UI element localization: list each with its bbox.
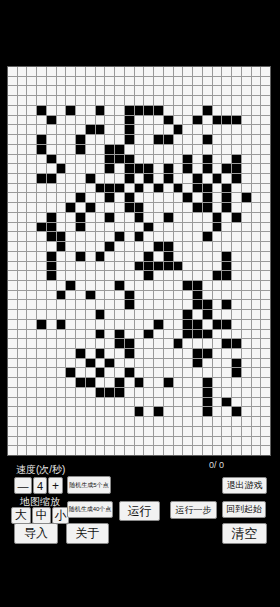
grid-cell[interactable] [252, 378, 261, 387]
grid-cell[interactable] [203, 203, 212, 212]
grid-cell[interactable] [242, 368, 251, 377]
grid-cell[interactable] [213, 349, 222, 358]
grid-cell[interactable] [164, 67, 173, 76]
grid-cell[interactable] [76, 271, 85, 280]
grid-cell[interactable] [193, 213, 202, 222]
grid-cell[interactable] [8, 330, 17, 339]
grid-cell[interactable] [86, 310, 95, 319]
grid-cell[interactable] [222, 174, 231, 183]
grid-cell[interactable] [47, 281, 56, 290]
grid-cell[interactable] [232, 262, 241, 271]
grid-cell[interactable] [57, 125, 66, 134]
grid-cell[interactable] [203, 193, 212, 202]
grid-cell[interactable] [125, 339, 134, 348]
grid-cell[interactable] [8, 193, 17, 202]
grid-cell[interactable] [213, 125, 222, 134]
grid-cell[interactable] [37, 446, 46, 455]
grid-cell[interactable] [183, 320, 192, 329]
grid-cell[interactable] [18, 213, 27, 222]
grid-cell[interactable] [37, 310, 46, 319]
grid-cell[interactable] [125, 398, 134, 407]
grid-cell[interactable] [154, 155, 163, 164]
grid-cell[interactable] [232, 417, 241, 426]
grid-cell[interactable] [18, 203, 27, 212]
grid-cell[interactable] [203, 252, 212, 261]
grid-cell[interactable] [144, 339, 153, 348]
grid-cell[interactable] [183, 174, 192, 183]
grid-cell[interactable] [115, 193, 124, 202]
grid-cell[interactable] [47, 252, 56, 261]
grid-cell[interactable] [125, 437, 134, 446]
grid-cell[interactable] [252, 281, 261, 290]
grid-cell[interactable] [183, 427, 192, 436]
grid-cell[interactable] [135, 223, 144, 232]
grid-cell[interactable] [261, 427, 270, 436]
grid-cell[interactable] [174, 106, 183, 115]
grid-cell[interactable] [261, 203, 270, 212]
grid-cell[interactable] [57, 155, 66, 164]
grid-cell[interactable] [86, 339, 95, 348]
grid-cell[interactable] [8, 145, 17, 154]
grid-cell[interactable] [232, 446, 241, 455]
grid-cell[interactable] [125, 164, 134, 173]
grid-cell[interactable] [232, 164, 241, 173]
grid-cell[interactable] [66, 125, 75, 134]
grid-cell[interactable] [222, 407, 231, 416]
grid-cell[interactable] [183, 213, 192, 222]
grid-cell[interactable] [213, 310, 222, 319]
grid-cell[interactable] [105, 242, 114, 251]
grid-cell[interactable] [47, 145, 56, 154]
grid-cell[interactable] [261, 242, 270, 251]
grid-cell[interactable] [213, 446, 222, 455]
grid-cell[interactable] [125, 193, 134, 202]
grid-cell[interactable] [115, 291, 124, 300]
grid-cell[interactable] [37, 125, 46, 134]
grid-cell[interactable] [115, 281, 124, 290]
grid-cell[interactable] [213, 164, 222, 173]
grid-cell[interactable] [203, 116, 212, 125]
grid-cell[interactable] [125, 291, 134, 300]
grid-cell[interactable] [164, 300, 173, 309]
grid-cell[interactable] [174, 174, 183, 183]
grid-cell[interactable] [18, 262, 27, 271]
grid-cell[interactable] [232, 184, 241, 193]
grid-cell[interactable] [86, 427, 95, 436]
grid-cell[interactable] [37, 145, 46, 154]
grid-cell[interactable] [252, 330, 261, 339]
grid-cell[interactable] [232, 359, 241, 368]
grid-cell[interactable] [96, 193, 105, 202]
grid-cell[interactable] [203, 106, 212, 115]
grid-cell[interactable] [115, 398, 124, 407]
grid-cell[interactable] [66, 359, 75, 368]
grid-cell[interactable] [203, 213, 212, 222]
grid-cell[interactable] [76, 125, 85, 134]
grid-cell[interactable] [66, 417, 75, 426]
grid-cell[interactable] [252, 86, 261, 95]
grid-cell[interactable] [47, 193, 56, 202]
grid-cell[interactable] [144, 184, 153, 193]
grid-cell[interactable] [66, 252, 75, 261]
grid-cell[interactable] [125, 184, 134, 193]
grid-cell[interactable] [144, 86, 153, 95]
grid-cell[interactable] [242, 67, 251, 76]
grid-cell[interactable] [96, 437, 105, 446]
grid-cell[interactable] [115, 164, 124, 173]
random-5-button[interactable]: 随机生成5个点 [67, 476, 111, 494]
grid-cell[interactable] [105, 96, 114, 105]
grid-cell[interactable] [135, 320, 144, 329]
grid-cell[interactable] [154, 330, 163, 339]
grid-cell[interactable] [193, 96, 202, 105]
grid-cell[interactable] [47, 86, 56, 95]
grid-cell[interactable] [144, 116, 153, 125]
grid-cell[interactable] [115, 359, 124, 368]
grid-cell[interactable] [8, 368, 17, 377]
grid-cell[interactable] [242, 155, 251, 164]
grid-cell[interactable] [213, 262, 222, 271]
grid-cell[interactable] [154, 67, 163, 76]
grid-cell[interactable] [37, 242, 46, 251]
grid-cell[interactable] [183, 359, 192, 368]
grid-cell[interactable] [193, 193, 202, 202]
grid-cell[interactable] [183, 252, 192, 261]
grid-cell[interactable] [57, 145, 66, 154]
grid-cell[interactable] [174, 232, 183, 241]
grid-cell[interactable] [37, 427, 46, 436]
grid-cell[interactable] [154, 106, 163, 115]
grid-cell[interactable] [154, 407, 163, 416]
grid-cell[interactable] [174, 252, 183, 261]
grid-cell[interactable] [261, 271, 270, 280]
grid-cell[interactable] [203, 330, 212, 339]
grid-cell[interactable] [203, 388, 212, 397]
grid-cell[interactable] [203, 155, 212, 164]
grid-cell[interactable] [183, 368, 192, 377]
grid-cell[interactable] [76, 67, 85, 76]
grid-cell[interactable] [37, 174, 46, 183]
grid-cell[interactable] [27, 125, 36, 134]
grid-cell[interactable] [144, 203, 153, 212]
grid-cell[interactable] [8, 310, 17, 319]
grid-cell[interactable] [105, 437, 114, 446]
grid-cell[interactable] [183, 281, 192, 290]
grid-cell[interactable] [135, 96, 144, 105]
grid-cell[interactable] [252, 320, 261, 329]
grid-cell[interactable] [174, 271, 183, 280]
grid-cell[interactable] [183, 437, 192, 446]
grid-cell[interactable] [8, 339, 17, 348]
clear-button[interactable]: 清空 [222, 523, 267, 544]
grid-cell[interactable] [154, 193, 163, 202]
grid-cell[interactable] [105, 281, 114, 290]
grid-cell[interactable] [86, 86, 95, 95]
grid-cell[interactable] [164, 184, 173, 193]
grid-cell[interactable] [203, 77, 212, 86]
grid-cell[interactable] [135, 349, 144, 358]
grid-cell[interactable] [27, 232, 36, 241]
grid-cell[interactable] [86, 145, 95, 154]
grid-cell[interactable] [105, 164, 114, 173]
grid-cell[interactable] [242, 359, 251, 368]
grid-cell[interactable] [222, 184, 231, 193]
grid-cell[interactable] [96, 77, 105, 86]
grid-cell[interactable] [213, 339, 222, 348]
grid-cell[interactable] [105, 427, 114, 436]
grid-cell[interactable] [96, 252, 105, 261]
grid-cell[interactable] [193, 407, 202, 416]
grid-cell[interactable] [261, 281, 270, 290]
grid-cell[interactable] [203, 242, 212, 251]
grid-cell[interactable] [252, 125, 261, 134]
grid-cell[interactable] [154, 271, 163, 280]
grid-cell[interactable] [86, 223, 95, 232]
grid-cell[interactable] [252, 262, 261, 271]
grid-cell[interactable] [37, 320, 46, 329]
grid-cell[interactable] [135, 368, 144, 377]
grid-cell[interactable] [252, 271, 261, 280]
grid-cell[interactable] [164, 349, 173, 358]
grid-cell[interactable] [252, 213, 261, 222]
grid-cell[interactable] [154, 300, 163, 309]
grid-cell[interactable] [154, 398, 163, 407]
grid-cell[interactable] [174, 330, 183, 339]
grid-cell[interactable] [57, 86, 66, 95]
grid-cell[interactable] [242, 116, 251, 125]
grid-cell[interactable] [86, 320, 95, 329]
grid-cell[interactable] [96, 378, 105, 387]
grid-cell[interactable] [222, 368, 231, 377]
grid-cell[interactable] [18, 252, 27, 261]
grid-cell[interactable] [86, 398, 95, 407]
grid-cell[interactable] [183, 77, 192, 86]
grid-cell[interactable] [135, 155, 144, 164]
grid-cell[interactable] [183, 388, 192, 397]
grid-cell[interactable] [183, 407, 192, 416]
grid-cell[interactable] [57, 378, 66, 387]
grid-cell[interactable] [222, 446, 231, 455]
grid-cell[interactable] [105, 77, 114, 86]
grid-cell[interactable] [125, 213, 134, 222]
grid-cell[interactable] [27, 427, 36, 436]
grid-cell[interactable] [242, 330, 251, 339]
grid-cell[interactable] [193, 291, 202, 300]
grid-cell[interactable] [125, 368, 134, 377]
grid-cell[interactable] [86, 135, 95, 144]
grid-cell[interactable] [105, 125, 114, 134]
grid-cell[interactable] [174, 96, 183, 105]
grid-cell[interactable] [252, 67, 261, 76]
grid-cell[interactable] [135, 300, 144, 309]
grid-cell[interactable] [242, 135, 251, 144]
grid-cell[interactable] [18, 155, 27, 164]
grid-cell[interactable] [115, 417, 124, 426]
grid-cell[interactable] [8, 300, 17, 309]
grid-cell[interactable] [57, 407, 66, 416]
grid-cell[interactable] [213, 330, 222, 339]
grid-cell[interactable] [135, 291, 144, 300]
grid-cell[interactable] [27, 193, 36, 202]
grid-cell[interactable] [57, 271, 66, 280]
grid-cell[interactable] [125, 446, 134, 455]
grid-cell[interactable] [174, 86, 183, 95]
grid-cell[interactable] [232, 437, 241, 446]
grid-cell[interactable] [86, 184, 95, 193]
grid-cell[interactable] [154, 223, 163, 232]
grid-cell[interactable] [252, 359, 261, 368]
grid-cell[interactable] [183, 339, 192, 348]
grid-cell[interactable] [66, 271, 75, 280]
grid-cell[interactable] [115, 427, 124, 436]
grid-cell[interactable] [232, 193, 241, 202]
grid-cell[interactable] [8, 427, 17, 436]
grid-cell[interactable] [252, 446, 261, 455]
grid-cell[interactable] [27, 437, 36, 446]
grid-cell[interactable] [37, 135, 46, 144]
grid-cell[interactable] [203, 96, 212, 105]
grid-cell[interactable] [154, 339, 163, 348]
grid-cell[interactable] [8, 281, 17, 290]
grid-cell[interactable] [154, 232, 163, 241]
grid-cell[interactable] [105, 359, 114, 368]
grid-cell[interactable] [76, 368, 85, 377]
grid-cell[interactable] [66, 86, 75, 95]
grid-cell[interactable] [193, 339, 202, 348]
grid-cell[interactable] [37, 164, 46, 173]
grid-cell[interactable] [105, 398, 114, 407]
grid-cell[interactable] [125, 116, 134, 125]
grid-cell[interactable] [213, 67, 222, 76]
grid-cell[interactable] [115, 116, 124, 125]
grid-cell[interactable] [261, 291, 270, 300]
grid-cell[interactable] [27, 262, 36, 271]
grid-cell[interactable] [96, 232, 105, 241]
grid-cell[interactable] [57, 427, 66, 436]
run-button[interactable]: 运行 [119, 501, 160, 521]
grid-cell[interactable] [164, 232, 173, 241]
grid-cell[interactable] [193, 86, 202, 95]
grid-cell[interactable] [203, 164, 212, 173]
grid-cell[interactable] [203, 281, 212, 290]
grid-cell[interactable] [213, 203, 222, 212]
grid-cell[interactable] [47, 388, 56, 397]
grid-cell[interactable] [18, 125, 27, 134]
grid-cell[interactable] [222, 106, 231, 115]
grid-cell[interactable] [222, 193, 231, 202]
grid-cell[interactable] [252, 427, 261, 436]
grid-cell[interactable] [125, 378, 134, 387]
grid-cell[interactable] [76, 349, 85, 358]
grid-cell[interactable] [222, 96, 231, 105]
grid-cell[interactable] [135, 213, 144, 222]
grid-cell[interactable] [222, 232, 231, 241]
grid-cell[interactable] [47, 446, 56, 455]
grid-cell[interactable] [18, 193, 27, 202]
grid-cell[interactable] [213, 388, 222, 397]
grid-cell[interactable] [27, 339, 36, 348]
grid-cell[interactable] [174, 437, 183, 446]
grid-cell[interactable] [105, 368, 114, 377]
grid-cell[interactable] [125, 359, 134, 368]
grid-cell[interactable] [213, 281, 222, 290]
grid-cell[interactable] [164, 252, 173, 261]
grid-cell[interactable] [86, 300, 95, 309]
grid-cell[interactable] [232, 116, 241, 125]
grid-cell[interactable] [174, 281, 183, 290]
grid-cell[interactable] [76, 106, 85, 115]
grid-cell[interactable] [183, 330, 192, 339]
grid-cell[interactable] [154, 125, 163, 134]
grid-cell[interactable] [8, 86, 17, 95]
grid-cell[interactable] [242, 437, 251, 446]
grid-cell[interactable] [242, 96, 251, 105]
grid-cell[interactable] [144, 145, 153, 154]
grid-cell[interactable] [164, 155, 173, 164]
grid-cell[interactable] [213, 271, 222, 280]
grid-cell[interactable] [47, 300, 56, 309]
grid-cell[interactable] [66, 446, 75, 455]
grid-cell[interactable] [8, 223, 17, 232]
grid-cell[interactable] [261, 77, 270, 86]
grid-cell[interactable] [261, 213, 270, 222]
grid-cell[interactable] [37, 252, 46, 261]
grid-cell[interactable] [261, 310, 270, 319]
grid-cell[interactable] [222, 417, 231, 426]
grid-cell[interactable] [105, 407, 114, 416]
grid-cell[interactable] [105, 155, 114, 164]
grid-cell[interactable] [232, 96, 241, 105]
grid-cell[interactable] [57, 213, 66, 222]
grid-cell[interactable] [242, 174, 251, 183]
about-button[interactable]: 关于 [66, 523, 109, 544]
grid-cell[interactable] [203, 359, 212, 368]
grid-cell[interactable] [252, 398, 261, 407]
grid-cell[interactable] [76, 184, 85, 193]
grid-cell[interactable] [8, 242, 17, 251]
grid-cell[interactable] [203, 437, 212, 446]
grid-cell[interactable] [76, 155, 85, 164]
grid-cell[interactable] [213, 427, 222, 436]
grid-cell[interactable] [164, 116, 173, 125]
grid-cell[interactable] [115, 349, 124, 358]
grid-cell[interactable] [105, 417, 114, 426]
grid-cell[interactable] [203, 223, 212, 232]
grid-cell[interactable] [154, 116, 163, 125]
grid-cell[interactable] [37, 96, 46, 105]
grid-cell[interactable] [174, 339, 183, 348]
grid-cell[interactable] [125, 145, 134, 154]
grid-cell[interactable] [57, 135, 66, 144]
grid-cell[interactable] [86, 106, 95, 115]
grid-cell[interactable] [174, 407, 183, 416]
grid-cell[interactable] [57, 242, 66, 251]
grid-cell[interactable] [232, 407, 241, 416]
grid-cell[interactable] [213, 184, 222, 193]
grid-cell[interactable] [193, 145, 202, 154]
grid-cell[interactable] [96, 349, 105, 358]
grid-cell[interactable] [18, 446, 27, 455]
grid-cell[interactable] [18, 116, 27, 125]
grid-cell[interactable] [154, 320, 163, 329]
grid-cell[interactable] [135, 67, 144, 76]
grid-cell[interactable] [86, 164, 95, 173]
grid-cell[interactable] [232, 281, 241, 290]
grid-cell[interactable] [105, 271, 114, 280]
grid-cell[interactable] [174, 67, 183, 76]
grid-cell[interactable] [115, 262, 124, 271]
grid-cell[interactable] [37, 86, 46, 95]
